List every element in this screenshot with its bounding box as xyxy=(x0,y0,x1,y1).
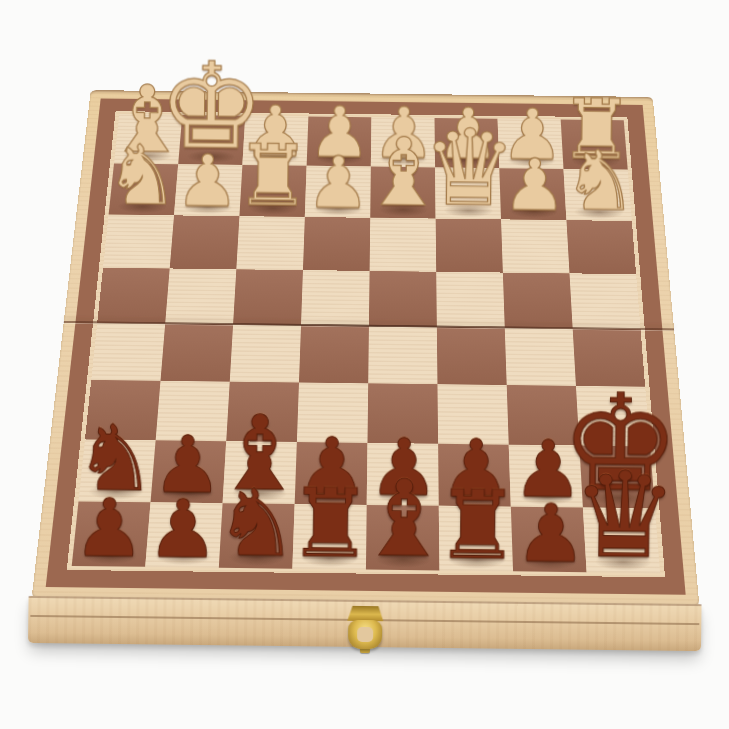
square-a4[interactable] xyxy=(91,323,165,381)
square-h1[interactable]: ♛ xyxy=(583,508,660,574)
square-e4[interactable] xyxy=(368,326,437,384)
square-h7[interactable]: ♞ xyxy=(564,169,632,221)
square-d5[interactable] xyxy=(301,270,370,326)
square-f7[interactable]: ♛ xyxy=(435,167,501,219)
square-c4[interactable] xyxy=(230,324,301,382)
chess-grid: ♝♚♟♟♟♟♟♜♞♟♜♟♝♛♟♞♞♟♝♟♟♟♟♚♟♟♞♜♝♜♟♛ xyxy=(72,114,660,573)
piece-black-queen[interactable]: ♛ xyxy=(571,456,678,575)
square-c7[interactable]: ♜ xyxy=(239,165,306,217)
square-e5[interactable] xyxy=(369,271,437,327)
square-g5[interactable] xyxy=(503,273,573,329)
square-b6[interactable] xyxy=(170,215,240,269)
board-frame-pinstripe: ♝♚♟♟♟♟♟♜♞♟♜♟♝♛♟♞♞♟♝♟♟♟♟♚♟♟♞♜♝♜♟♛ xyxy=(67,111,665,577)
square-a1[interactable]: ♟ xyxy=(72,501,151,566)
square-c1[interactable]: ♞ xyxy=(219,503,295,568)
piece-white-knight[interactable]: ♞ xyxy=(562,139,637,222)
board-frame-band: ♝♚♟♟♟♟♟♜♞♟♜♟♝♛♟♞♞♟♝♟♟♟♟♚♟♟♞♜♝♜♟♛ xyxy=(46,98,686,594)
clasp-loop xyxy=(348,620,382,649)
square-b1[interactable]: ♟ xyxy=(145,502,222,567)
piece-white-pawn[interactable]: ♟ xyxy=(502,150,567,222)
clasp-plate xyxy=(347,606,383,621)
square-d4[interactable] xyxy=(299,325,369,383)
square-c6[interactable] xyxy=(236,216,305,270)
square-f6[interactable] xyxy=(436,219,503,273)
square-b5[interactable] xyxy=(165,268,236,324)
square-a6[interactable] xyxy=(103,215,174,269)
square-h5[interactable] xyxy=(569,273,640,329)
brass-clasp xyxy=(338,606,393,667)
piece-black-knight[interactable]: ♞ xyxy=(214,477,298,571)
square-f5[interactable] xyxy=(436,272,505,328)
product-photo-scene: ♝♚♟♟♟♟♟♜♞♟♜♟♝♛♟♞♞♟♝♟♟♟♟♚♟♟♞♜♝♜♟♛ xyxy=(0,0,729,729)
square-d6[interactable] xyxy=(303,217,370,271)
piece-black-pawn[interactable]: ♟ xyxy=(146,489,219,570)
piece-white-knight[interactable]: ♞ xyxy=(104,133,179,216)
square-a7[interactable]: ♞ xyxy=(109,163,179,215)
square-f1[interactable]: ♜ xyxy=(439,506,513,572)
chess-board-3d: ♝♚♟♟♟♟♟♜♞♟♜♟♝♛♟♞♞♟♝♟♟♟♟♚♟♟♞♜♝♜♟♛ xyxy=(32,90,700,606)
piece-black-pawn[interactable]: ♟ xyxy=(72,488,145,569)
piece-white-rook[interactable]: ♜ xyxy=(234,133,310,218)
square-b7[interactable]: ♟ xyxy=(174,164,242,216)
board-top-face: ♝♚♟♟♟♟♟♜♞♟♜♟♝♛♟♞♞♟♝♟♟♟♟♚♟♟♞♜♝♜♟♛ xyxy=(32,90,700,606)
chess-box: ♝♚♟♟♟♟♟♜♞♟♜♟♝♛♟♞♞♟♝♟♟♟♟♚♟♟♞♜♝♜♟♛ xyxy=(0,0,729,729)
piece-white-pawn[interactable]: ♟ xyxy=(175,146,240,218)
square-e1[interactable]: ♝ xyxy=(366,505,440,570)
square-a5[interactable] xyxy=(97,268,169,324)
square-g6[interactable] xyxy=(501,219,569,273)
square-c5[interactable] xyxy=(233,269,303,325)
square-e6[interactable] xyxy=(370,218,437,272)
piece-black-rook[interactable]: ♜ xyxy=(434,478,520,574)
square-f4[interactable] xyxy=(437,327,507,385)
square-g7[interactable]: ♟ xyxy=(499,168,566,220)
square-h6[interactable] xyxy=(566,220,636,274)
square-b4[interactable] xyxy=(160,324,233,382)
